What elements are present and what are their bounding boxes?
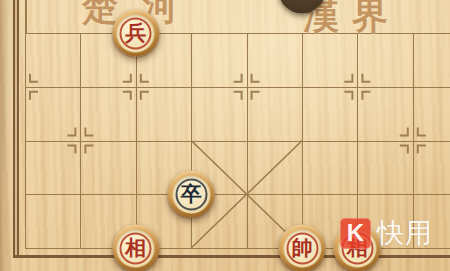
logo-letter: K [347, 221, 364, 245]
watermark: K 快用 [340, 215, 433, 251]
piece-face: 相 [117, 229, 155, 267]
piece-face: 帥 [283, 229, 321, 267]
piece-glyph: 相 [125, 238, 146, 259]
watermark-label: 快用 [377, 215, 433, 251]
xiangqi-game-screen: 楚河 漢界 兵卒相帥相 K 快用 [0, 0, 450, 271]
piece-face: 卒 [172, 175, 210, 213]
piece-red-general[interactable]: 帥 [279, 225, 326, 271]
piece-black-soldier[interactable]: 卒 [168, 171, 215, 218]
piece-red-elephant-left[interactable]: 相 [112, 225, 159, 271]
piece-glyph: 帥 [292, 238, 313, 259]
piece-glyph: 卒 [181, 184, 202, 205]
piece-black-unknown-partial[interactable] [279, 0, 326, 14]
kuaiyong-logo-icon: K [340, 218, 371, 249]
piece-face: 兵 [117, 14, 155, 52]
piece-glyph: 兵 [125, 23, 146, 44]
piece-red-soldier[interactable]: 兵 [112, 10, 159, 57]
